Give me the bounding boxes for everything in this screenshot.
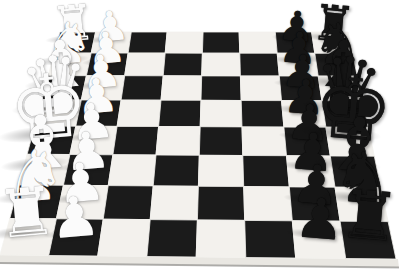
pawn-glyph: ♟ xyxy=(47,187,101,247)
chess-set-photo: ♜♟♟♜♞♟♟♞♝♟♟♝♛♟♟♛♚♟♟♚♝♟♟♝♞♟♟♞♜♟♟♜ xyxy=(0,0,400,269)
rook-glyph: ♜ xyxy=(337,180,400,252)
piece-white-pawn: ♟ xyxy=(47,187,101,247)
piece-black-rook: ♜ xyxy=(337,180,400,252)
pieces-layer: ♜♟♟♜♞♟♟♞♝♟♟♝♛♟♟♛♚♟♟♚♝♟♟♝♞♟♟♞♜♟♟♜ xyxy=(0,0,400,269)
